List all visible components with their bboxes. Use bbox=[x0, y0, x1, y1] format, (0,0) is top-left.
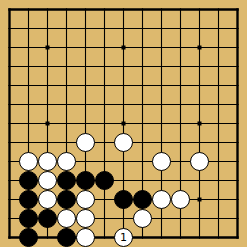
star-point bbox=[198, 198, 202, 202]
move-number-label: 1 bbox=[120, 232, 127, 243]
star-point bbox=[46, 46, 50, 50]
move-1-white-stone[interactable]: 1 bbox=[114, 228, 134, 247]
go-board[interactable]: 1 bbox=[0, 0, 247, 247]
black-stone[interactable] bbox=[19, 228, 39, 247]
black-stone[interactable] bbox=[57, 228, 77, 247]
star-point bbox=[198, 46, 202, 50]
star-point bbox=[122, 46, 126, 50]
star-point bbox=[122, 122, 126, 126]
star-point bbox=[198, 122, 202, 126]
board-grid bbox=[0, 0, 247, 247]
white-stone[interactable] bbox=[76, 228, 96, 247]
star-point bbox=[46, 122, 50, 126]
